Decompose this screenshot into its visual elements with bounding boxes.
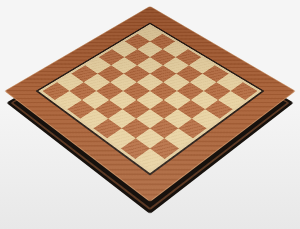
photo-background (0, 0, 300, 229)
chess-board (4, 6, 295, 202)
